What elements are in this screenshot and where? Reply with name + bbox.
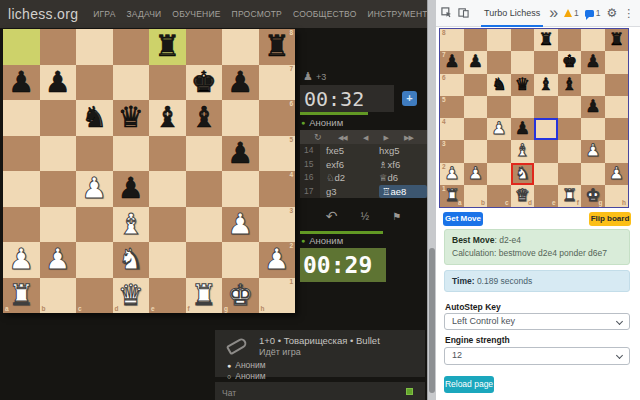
square-b7[interactable]: ♟ bbox=[464, 51, 488, 73]
move-controls: ↻ ◀◀ ◀ ▶ ▶▶ bbox=[300, 130, 427, 144]
time-value: 0.189 seconds bbox=[475, 276, 533, 286]
square-d3[interactable]: ♝ bbox=[511, 140, 535, 162]
square-f3[interactable] bbox=[186, 207, 223, 243]
square-g8[interactable] bbox=[581, 29, 605, 51]
rank-label-8: 8 bbox=[289, 30, 293, 37]
devtools-header: Turbo Lichess » 1 1 ⚙ ⋮ × bbox=[436, 0, 640, 27]
file-label-e: e bbox=[151, 306, 155, 313]
reload-page-button[interactable]: Reload page bbox=[444, 376, 494, 393]
square-a8[interactable] bbox=[3, 29, 40, 65]
engine-strength-label: Engine strength bbox=[445, 335, 510, 345]
black-pawn-d4: ♟ bbox=[511, 118, 535, 139]
chat-box: Чат bbox=[215, 382, 425, 400]
black-move[interactable]: hxg5 bbox=[373, 145, 426, 156]
square-a2[interactable]: ♟ bbox=[3, 242, 40, 278]
black-pawn-b7: ♟ bbox=[464, 51, 488, 72]
square-d2[interactable]: ♞ bbox=[511, 163, 535, 185]
square-f4[interactable] bbox=[558, 118, 582, 140]
move-row: 14 fxe5 hxg5 bbox=[300, 144, 427, 158]
square-g6[interactable] bbox=[581, 74, 605, 96]
last-move-icon[interactable]: ▶▶ bbox=[404, 134, 413, 141]
square-c8[interactable] bbox=[76, 29, 113, 65]
square-e2[interactable] bbox=[534, 163, 558, 185]
square-f1[interactable]: ♜f bbox=[186, 278, 223, 314]
messages-badge[interactable]: 1 bbox=[585, 8, 601, 18]
flip-board-icon[interactable]: ↻ bbox=[314, 133, 322, 142]
black-bishop-e6: ♝ bbox=[149, 100, 186, 135]
square-a5[interactable]: 5 bbox=[440, 96, 464, 118]
square-h4[interactable] bbox=[605, 118, 629, 140]
engine-strength-select[interactable]: 12 bbox=[444, 347, 630, 365]
move-number: 14 bbox=[300, 144, 320, 158]
scrollbar-thumb[interactable] bbox=[429, 248, 435, 393]
move-row: 15 exf6 ♗xf6 bbox=[300, 158, 427, 172]
square-h2[interactable]: ♟2 bbox=[259, 242, 296, 278]
square-c7[interactable] bbox=[487, 51, 511, 73]
white-pawn-h2: ♟ bbox=[605, 163, 629, 184]
autostep-key-label: AutoStep Key bbox=[445, 302, 501, 312]
square-e3[interactable] bbox=[149, 207, 186, 243]
lichess-logo[interactable]: lichess.org bbox=[8, 6, 78, 22]
black-knight-c6: ♞ bbox=[487, 74, 511, 95]
square-b6[interactable] bbox=[40, 100, 77, 136]
nav-item-tools[interactable]: ИНСТРУМЕНТЫ bbox=[367, 9, 435, 19]
square-b7[interactable]: ♟ bbox=[40, 65, 77, 101]
square-d4[interactable]: ♟ bbox=[511, 118, 535, 140]
player-clock-running: 00:29 bbox=[300, 248, 386, 282]
file-label-e: e bbox=[552, 200, 556, 207]
square-b3[interactable] bbox=[464, 140, 488, 162]
square-a3[interactable]: 3 bbox=[440, 140, 464, 162]
file-label-h: h bbox=[261, 306, 265, 313]
square-e7[interactable] bbox=[149, 65, 186, 101]
square-e4[interactable] bbox=[534, 118, 558, 140]
square-d2[interactable]: ♞ bbox=[113, 242, 150, 278]
square-b6[interactable] bbox=[464, 74, 488, 96]
square-b4[interactable] bbox=[40, 171, 77, 207]
square-c3[interactable] bbox=[487, 140, 511, 162]
takeback-icon[interactable]: ↶ bbox=[326, 208, 338, 224]
autostep-key-select[interactable]: Left Control key bbox=[444, 313, 630, 330]
rank-label-8: 8 bbox=[442, 30, 446, 37]
square-e5[interactable] bbox=[149, 136, 186, 172]
square-e4[interactable] bbox=[149, 171, 186, 207]
black-queen-d6: ♛ bbox=[113, 100, 150, 135]
opponent-time-bar bbox=[300, 112, 368, 115]
first-move-icon[interactable]: ◀◀ bbox=[338, 134, 347, 141]
bullet-icon bbox=[226, 337, 248, 356]
square-b8[interactable] bbox=[40, 29, 77, 65]
online-dot-icon: ● bbox=[301, 237, 305, 244]
black-rook-e8: ♜ bbox=[149, 29, 186, 64]
square-f1[interactable]: ♜f bbox=[558, 185, 582, 207]
square-d5[interactable] bbox=[113, 136, 150, 172]
best-move-alert: Best Move: d2-e4 Calculation: bestmove d… bbox=[444, 229, 630, 265]
square-e8[interactable]: ♜ bbox=[149, 29, 186, 65]
black-bishop-f6: ♝ bbox=[186, 100, 223, 135]
square-c6[interactable]: ♞ bbox=[487, 74, 511, 96]
black-pawn-g5: ♟ bbox=[222, 136, 259, 171]
square-e2[interactable] bbox=[149, 242, 186, 278]
meta-players: ●Аноним ○Аноним bbox=[227, 360, 417, 382]
square-c5[interactable] bbox=[487, 96, 511, 118]
square-h1[interactable]: h bbox=[605, 185, 629, 207]
square-b2[interactable]: ♟ bbox=[40, 242, 77, 278]
nav-item-play[interactable]: ИГРА bbox=[93, 9, 115, 19]
square-g5[interactable]: ♟ bbox=[581, 96, 605, 118]
square-d6[interactable]: ♛ bbox=[113, 100, 150, 136]
square-a1[interactable]: ♜a bbox=[3, 278, 40, 314]
square-f2[interactable] bbox=[558, 163, 582, 185]
square-e7[interactable] bbox=[534, 51, 558, 73]
black-pawn-g5: ♟ bbox=[581, 96, 605, 117]
square-c1[interactable]: c bbox=[76, 278, 113, 314]
file-label-d: d bbox=[528, 200, 532, 207]
prev-move-icon[interactable]: ◀ bbox=[363, 134, 367, 141]
best-move-label: Best Move bbox=[452, 235, 495, 245]
black-king-f7: ♚ bbox=[558, 51, 582, 72]
game-status-text: Идёт игра bbox=[259, 347, 380, 357]
player-name: Аноним bbox=[309, 235, 343, 246]
square-e1[interactable]: e bbox=[534, 185, 558, 207]
rank-label-3: 3 bbox=[442, 141, 446, 148]
square-c6[interactable]: ♞ bbox=[76, 100, 113, 136]
file-label-f: f bbox=[188, 306, 190, 313]
devtools-menu-icon[interactable]: ⋮ bbox=[623, 8, 634, 19]
square-c1[interactable]: c bbox=[487, 185, 511, 207]
calculation-text: Calculation: bestmove d2e4 ponder d6e7 bbox=[452, 247, 622, 260]
player-time-bar bbox=[300, 231, 383, 234]
white-pawn-b2: ♟ bbox=[40, 242, 77, 277]
square-a4[interactable] bbox=[3, 171, 40, 207]
square-b5[interactable] bbox=[40, 136, 77, 172]
lichess-window: lichess.org ИГРА ЗАДАЧИ ОБУЧЕНИЕ ПРОСМОТ… bbox=[0, 0, 427, 400]
opponent-player-row[interactable]: ● Аноним bbox=[301, 117, 343, 128]
chat-label: Чат bbox=[222, 388, 236, 398]
rank-label-1: 1 bbox=[289, 279, 293, 286]
file-label-a: a bbox=[458, 200, 462, 207]
black-bishop-e6: ♝ bbox=[534, 74, 558, 95]
white-pawn-c4: ♟ bbox=[76, 171, 113, 206]
time-alert: Time: 0.189 seconds bbox=[444, 270, 630, 292]
square-h2[interactable]: ♟ bbox=[605, 163, 629, 185]
white-move[interactable]: exf6 bbox=[320, 159, 373, 170]
white-pawn-g3: ♟ bbox=[581, 140, 605, 161]
square-c2[interactable] bbox=[487, 163, 511, 185]
chevron-down-icon bbox=[616, 318, 623, 325]
move-number: 17 bbox=[300, 185, 320, 199]
square-g3[interactable]: ♟ bbox=[581, 140, 605, 162]
white-bishop-d3: ♝ bbox=[113, 207, 150, 242]
top-navbar: lichess.org ИГРА ЗАДАЧИ ОБУЧЕНИЕ ПРОСМОТ… bbox=[0, 0, 427, 28]
black-rook-e8: ♜ bbox=[534, 29, 558, 50]
online-dot-icon: ● bbox=[301, 119, 305, 126]
square-c2[interactable] bbox=[76, 242, 113, 278]
material-value: +3 bbox=[316, 72, 326, 82]
black-pawn-g7: ♟ bbox=[581, 51, 605, 72]
square-b1[interactable]: b bbox=[40, 278, 77, 314]
square-a1[interactable]: ♜1a bbox=[440, 185, 464, 207]
message-count: 1 bbox=[596, 8, 601, 18]
rank-label-7: 7 bbox=[289, 66, 293, 73]
square-a3[interactable] bbox=[3, 207, 40, 243]
square-c8[interactable] bbox=[487, 29, 511, 51]
rank-label-7: 7 bbox=[442, 52, 446, 59]
meta-white-player: ●Аноним bbox=[227, 360, 417, 371]
square-c4[interactable]: ♟ bbox=[76, 171, 113, 207]
more-tabs-icon[interactable]: » bbox=[549, 5, 558, 21]
square-b5[interactable] bbox=[464, 96, 488, 118]
best-move-value: : d2-e4 bbox=[495, 235, 521, 245]
square-h3[interactable]: 3 bbox=[259, 207, 296, 243]
rank-label-1: 1 bbox=[442, 186, 446, 193]
white-knight-d2: ♞ bbox=[113, 242, 150, 277]
file-label-c: c bbox=[78, 306, 82, 313]
square-c7[interactable] bbox=[76, 65, 113, 101]
file-label-d: d bbox=[115, 306, 119, 313]
square-g6[interactable] bbox=[222, 100, 259, 136]
main-chess-board[interactable]: ♜♜8♟♟♚♟7♞♛♝♝6♟5♟♟4♝♟3♟♟♞♟2♜abc♛de♜f♚g1h bbox=[3, 29, 295, 313]
black-queen-d6: ♛ bbox=[511, 74, 535, 95]
square-h8[interactable]: ♜ bbox=[605, 29, 629, 51]
square-d7[interactable] bbox=[511, 51, 535, 73]
square-e5[interactable] bbox=[534, 96, 558, 118]
warning-icon bbox=[564, 9, 572, 17]
square-g1[interactable]: ♚g bbox=[581, 185, 605, 207]
square-f3[interactable] bbox=[558, 140, 582, 162]
white-move[interactable]: fxe5 bbox=[320, 145, 373, 156]
game-meta-box: 1+0 • Товарищеская • Bullet Идёт игра ●А… bbox=[215, 330, 425, 377]
square-e1[interactable]: e bbox=[149, 278, 186, 314]
black-pawn-a7: ♟ bbox=[3, 65, 40, 100]
white-knight-d2: ♞ bbox=[511, 163, 535, 184]
chevron-down-icon bbox=[616, 352, 623, 359]
square-f6[interactable]: ♝ bbox=[558, 74, 582, 96]
file-label-g: g bbox=[224, 306, 228, 313]
square-a7[interactable]: ♟7 bbox=[440, 51, 464, 73]
nav-item-learn[interactable]: ОБУЧЕНИЕ bbox=[172, 9, 220, 19]
black-knight-c6: ♞ bbox=[76, 100, 113, 135]
black-bishop-f6: ♝ bbox=[558, 74, 582, 95]
extension-panel: Turbo Lichess » 1 1 ⚙ ⋮ × 8♜♜♟7♟♚♟6♞♛♝♝5… bbox=[436, 0, 640, 400]
square-g2[interactable] bbox=[581, 163, 605, 185]
inspect-icon[interactable] bbox=[441, 5, 452, 21]
black-pawn-g7: ♟ bbox=[222, 65, 259, 100]
player-row[interactable]: ● Аноним bbox=[301, 235, 343, 246]
square-f5[interactable] bbox=[186, 136, 223, 172]
tab-turbo-lichess[interactable]: Turbo Lichess bbox=[481, 0, 543, 27]
white-pawn-b2: ♟ bbox=[464, 163, 488, 184]
square-a5[interactable] bbox=[3, 136, 40, 172]
game-page: ♜♜8♟♟♚♟7♞♛♝♝6♟5♟♟4♝♟3♟♟♞♟2♜abc♛de♜f♚g1h … bbox=[0, 28, 427, 400]
square-g4[interactable] bbox=[581, 118, 605, 140]
file-label-g: g bbox=[599, 200, 603, 207]
move-row: 16 ♘d2 ♕d6 bbox=[300, 171, 427, 185]
file-label-b: b bbox=[481, 200, 485, 207]
square-h5[interactable]: 5 bbox=[259, 136, 296, 172]
autostep-key-value: Left Control key bbox=[452, 316, 515, 326]
square-f8[interactable] bbox=[186, 29, 223, 65]
square-c3[interactable] bbox=[76, 207, 113, 243]
black-pawn-b7: ♟ bbox=[40, 65, 77, 100]
square-b3[interactable] bbox=[40, 207, 77, 243]
square-h6[interactable]: 6 bbox=[259, 100, 296, 136]
square-h1[interactable]: 1h bbox=[259, 278, 296, 314]
rank-label-3: 3 bbox=[289, 208, 293, 215]
rank-label-5: 5 bbox=[442, 97, 446, 104]
nav-item-watch[interactable]: ПРОСМОТР bbox=[232, 9, 282, 19]
square-d1[interactable]: ♛d bbox=[511, 185, 535, 207]
black-player-icon: ○ bbox=[227, 373, 231, 380]
meta-black-player: ○Аноним bbox=[227, 371, 417, 382]
black-move-current[interactable]: ♖ae8 bbox=[379, 185, 427, 198]
devtools-settings-icon[interactable]: ⚙ bbox=[607, 7, 618, 19]
white-pawn-g3: ♟ bbox=[222, 207, 259, 242]
square-d6[interactable]: ♛ bbox=[511, 74, 535, 96]
file-label-f: f bbox=[577, 200, 579, 207]
square-g7[interactable]: ♟ bbox=[222, 65, 259, 101]
square-h6[interactable] bbox=[605, 74, 629, 96]
square-h7[interactable]: 7 bbox=[259, 65, 296, 101]
material-advantage: ♟ +3 bbox=[303, 70, 326, 83]
square-e6[interactable]: ♝ bbox=[149, 100, 186, 136]
file-label-a: a bbox=[5, 306, 9, 313]
square-h8[interactable]: ♜8 bbox=[259, 29, 296, 65]
square-d8[interactable] bbox=[113, 29, 150, 65]
white-pawn-c4: ♟ bbox=[487, 118, 511, 139]
move-list: 14 fxe5 hxg5 15 exf6 ♗xf6 16 ♘d2 ♕d6 17 … bbox=[300, 144, 427, 198]
white-player-icon: ● bbox=[227, 362, 231, 369]
next-move-icon[interactable]: ▶ bbox=[383, 134, 387, 141]
screen: lichess.org ИГРА ЗАДАЧИ ОБУЧЕНИЕ ПРОСМОТ… bbox=[0, 0, 640, 400]
square-a4[interactable]: 4 bbox=[440, 118, 464, 140]
square-a7[interactable]: ♟ bbox=[3, 65, 40, 101]
square-f6[interactable]: ♝ bbox=[186, 100, 223, 136]
move-number: 16 bbox=[300, 171, 320, 185]
square-h4[interactable]: 4 bbox=[259, 171, 296, 207]
square-b8[interactable] bbox=[464, 29, 488, 51]
flip-board-button[interactable]: Flip board bbox=[589, 212, 631, 226]
square-c4[interactable]: ♟ bbox=[487, 118, 511, 140]
give-time-button[interactable]: + bbox=[402, 91, 417, 106]
opponent-clock: 00:32 bbox=[300, 85, 394, 112]
square-g2[interactable] bbox=[222, 242, 259, 278]
nav-item-puzzles[interactable]: ЗАДАЧИ bbox=[127, 9, 162, 19]
page-scrollbar[interactable] bbox=[427, 0, 436, 400]
square-d5[interactable] bbox=[511, 96, 535, 118]
black-king-f7: ♚ bbox=[186, 65, 223, 100]
square-a6[interactable]: 6 bbox=[440, 74, 464, 96]
square-d8[interactable] bbox=[511, 29, 535, 51]
warning-count: 1 bbox=[574, 8, 579, 18]
square-h7[interactable] bbox=[605, 51, 629, 73]
device-toolbar-icon[interactable] bbox=[458, 5, 469, 21]
square-f5[interactable] bbox=[558, 96, 582, 118]
square-g8[interactable] bbox=[222, 29, 259, 65]
rank-label-2: 2 bbox=[442, 164, 446, 171]
black-move[interactable]: ♕d6 bbox=[373, 172, 426, 183]
square-d7[interactable] bbox=[113, 65, 150, 101]
chat-toggle[interactable] bbox=[406, 388, 413, 395]
nav-item-community[interactable]: СООБЩЕСТВО bbox=[293, 9, 356, 19]
black-move[interactable]: ♗xf6 bbox=[373, 159, 426, 170]
get-move-button[interactable]: Get Move bbox=[443, 212, 483, 226]
rank-label-6: 6 bbox=[289, 101, 293, 108]
square-g7[interactable]: ♟ bbox=[581, 51, 605, 73]
square-b1[interactable]: b bbox=[464, 185, 488, 207]
square-f7[interactable]: ♚ bbox=[558, 51, 582, 73]
square-g1[interactable]: ♚g bbox=[222, 278, 259, 314]
white-move[interactable]: ♘d2 bbox=[320, 172, 373, 183]
rank-label-6: 6 bbox=[442, 75, 446, 82]
square-a6[interactable] bbox=[3, 100, 40, 136]
square-h3[interactable] bbox=[605, 140, 629, 162]
square-f8[interactable] bbox=[558, 29, 582, 51]
message-bubble-icon bbox=[585, 10, 594, 17]
square-g3[interactable]: ♟ bbox=[222, 207, 259, 243]
square-a2[interactable]: ♟2 bbox=[440, 163, 464, 185]
white-bishop-d3: ♝ bbox=[511, 140, 535, 161]
move-row: 17 g3 ♖ae8 bbox=[300, 185, 427, 199]
rank-label-4: 4 bbox=[442, 119, 446, 126]
rank-label-2: 2 bbox=[289, 243, 293, 250]
square-f4[interactable] bbox=[186, 171, 223, 207]
square-d3[interactable]: ♝ bbox=[113, 207, 150, 243]
square-e6[interactable]: ♝ bbox=[534, 74, 558, 96]
white-rook-f1: ♜ bbox=[186, 278, 223, 313]
square-b2[interactable]: ♟ bbox=[464, 163, 488, 185]
game-mode-text: 1+0 • Товарищеская • Bullet bbox=[259, 335, 380, 346]
square-g5[interactable]: ♟ bbox=[222, 136, 259, 172]
square-e3[interactable] bbox=[534, 140, 558, 162]
square-a8[interactable]: 8 bbox=[440, 29, 464, 51]
warnings-badge[interactable]: 1 bbox=[564, 8, 579, 18]
offer-draw-icon[interactable]: ½ bbox=[361, 211, 369, 222]
move-number: 15 bbox=[300, 158, 320, 172]
captured-pawn-icon: ♟ bbox=[303, 70, 313, 83]
square-c5[interactable] bbox=[76, 136, 113, 172]
file-label-b: b bbox=[42, 306, 46, 313]
engine-strength-value: 12 bbox=[452, 350, 462, 360]
extension-chess-board[interactable]: 8♜♜♟7♟♚♟6♞♛♝♝5♟4♟♟3♝♟♟2♟♞♟♜1abc♛de♜f♚gh bbox=[439, 28, 629, 208]
rank-label-4: 4 bbox=[289, 172, 293, 179]
nav-menu: ИГРА ЗАДАЧИ ОБУЧЕНИЕ ПРОСМОТР СООБЩЕСТВО… bbox=[93, 9, 435, 19]
black-rook-h8: ♜ bbox=[605, 29, 629, 50]
black-pawn-d4: ♟ bbox=[113, 171, 150, 206]
resign-icon[interactable]: ⚑ bbox=[392, 211, 401, 222]
square-g4[interactable] bbox=[222, 171, 259, 207]
time-label: Time: bbox=[452, 276, 475, 286]
white-move[interactable]: g3 bbox=[320, 186, 373, 197]
square-h5[interactable] bbox=[605, 96, 629, 118]
square-f7[interactable]: ♚ bbox=[186, 65, 223, 101]
square-f2[interactable] bbox=[186, 242, 223, 278]
square-e8[interactable]: ♜ bbox=[534, 29, 558, 51]
square-b4[interactable] bbox=[464, 118, 488, 140]
rank-label-5: 5 bbox=[289, 137, 293, 144]
opponent-name: Аноним bbox=[309, 117, 343, 128]
square-d1[interactable]: ♛d bbox=[113, 278, 150, 314]
file-label-h: h bbox=[622, 200, 626, 207]
square-d4[interactable]: ♟ bbox=[113, 171, 150, 207]
game-action-bar: ↶ ½ ⚑ bbox=[300, 204, 427, 228]
white-pawn-a2: ♟ bbox=[3, 242, 40, 277]
file-label-c: c bbox=[505, 200, 509, 207]
